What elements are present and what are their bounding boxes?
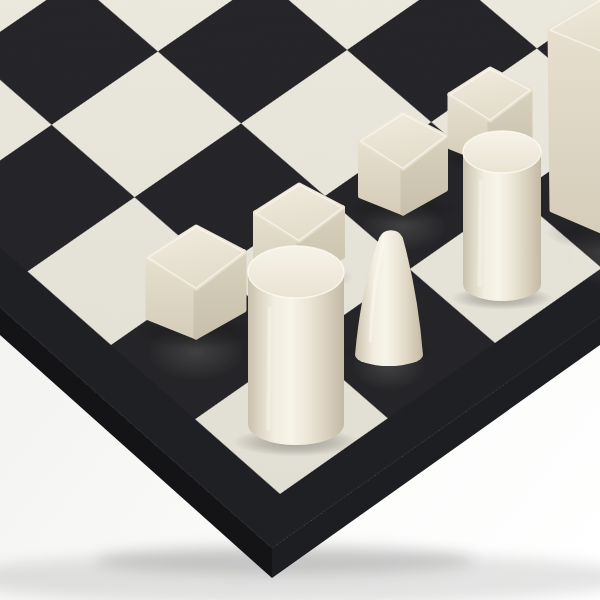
piece-white-knight-g1: White knight (cone) on g1 (343, 230, 435, 391)
piece-white-pawn-h2: White pawn (cube) on h2 (136, 227, 255, 381)
pieces-layer: White pawn (cube) on e2White pawn (cube)… (0, 0, 600, 600)
piece-white-king-e1: White king (tall prism) on e1 (546, 0, 600, 289)
piece-white-rook-h1: White rook (cylinder) on h1 (234, 246, 359, 456)
piece-white-pawn-f2: White pawn (cube) on f2 (350, 114, 455, 252)
chess-photo-stage: Overhead corner photograph of a glossy b… (0, 0, 600, 600)
piece-white-bishop-f1: White bishop (tall cylinder) on f1 (451, 131, 552, 310)
